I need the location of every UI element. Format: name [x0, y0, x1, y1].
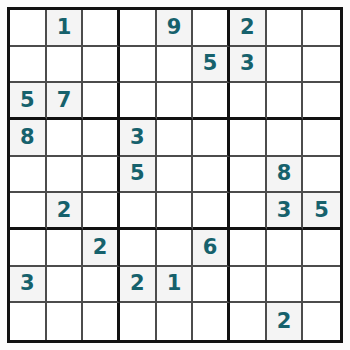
- cell-r2c6-given: 5: [193, 47, 230, 84]
- cell-r2c9[interactable]: [303, 47, 340, 84]
- cell-r3c6[interactable]: [193, 83, 230, 120]
- cell-r8c6[interactable]: [193, 267, 230, 304]
- cell-r2c5[interactable]: [157, 47, 194, 84]
- cell-r6c9-given: 5: [303, 193, 340, 230]
- cell-r7c7[interactable]: [230, 230, 267, 267]
- cell-r3c9[interactable]: [303, 83, 340, 120]
- cell-r8c7[interactable]: [230, 267, 267, 304]
- cell-r3c7[interactable]: [230, 83, 267, 120]
- cell-r6c5[interactable]: [157, 193, 194, 230]
- cell-r7c2[interactable]: [47, 230, 84, 267]
- cell-r7c1[interactable]: [10, 230, 47, 267]
- cell-r2c7-given: 3: [230, 47, 267, 84]
- cell-r7c3-given: 2: [83, 230, 120, 267]
- cell-r5c6[interactable]: [193, 157, 230, 194]
- cell-r5c1[interactable]: [10, 157, 47, 194]
- cell-r2c1[interactable]: [10, 47, 47, 84]
- cell-r2c8[interactable]: [267, 47, 304, 84]
- cell-r8c5-given: 1: [157, 267, 194, 304]
- cell-r6c7[interactable]: [230, 193, 267, 230]
- cell-r4c1-given: 8: [10, 120, 47, 157]
- cell-r3c1-given: 5: [10, 83, 47, 120]
- cell-r1c6[interactable]: [193, 10, 230, 47]
- cell-r9c6[interactable]: [193, 303, 230, 340]
- cell-r1c1[interactable]: [10, 10, 47, 47]
- cell-r3c2-given: 7: [47, 83, 84, 120]
- cell-r6c6[interactable]: [193, 193, 230, 230]
- cell-r8c4-given: 2: [120, 267, 157, 304]
- cell-r5c8-given: 8: [267, 157, 304, 194]
- cell-r6c4[interactable]: [120, 193, 157, 230]
- cell-r7c9[interactable]: [303, 230, 340, 267]
- cell-r4c7[interactable]: [230, 120, 267, 157]
- cell-r9c1[interactable]: [10, 303, 47, 340]
- cell-r1c7-given: 2: [230, 10, 267, 47]
- sudoku-page: 19253578358235263212: [0, 0, 350, 350]
- cell-r9c4[interactable]: [120, 303, 157, 340]
- cell-r1c9[interactable]: [303, 10, 340, 47]
- cell-r5c5[interactable]: [157, 157, 194, 194]
- cell-r8c2[interactable]: [47, 267, 84, 304]
- cell-r4c3[interactable]: [83, 120, 120, 157]
- cell-r9c9[interactable]: [303, 303, 340, 340]
- cell-r9c2[interactable]: [47, 303, 84, 340]
- cell-r8c3[interactable]: [83, 267, 120, 304]
- cell-r4c6[interactable]: [193, 120, 230, 157]
- cell-r6c1[interactable]: [10, 193, 47, 230]
- cell-r6c2-given: 2: [47, 193, 84, 230]
- cell-r1c2-given: 1: [47, 10, 84, 47]
- cell-r9c7[interactable]: [230, 303, 267, 340]
- cell-r8c1-given: 3: [10, 267, 47, 304]
- cell-r2c4[interactable]: [120, 47, 157, 84]
- cell-r5c2[interactable]: [47, 157, 84, 194]
- cell-r3c4[interactable]: [120, 83, 157, 120]
- cell-r3c8[interactable]: [267, 83, 304, 120]
- cell-r3c3[interactable]: [83, 83, 120, 120]
- cell-r9c8-given: 2: [267, 303, 304, 340]
- cell-r1c5-given: 9: [157, 10, 194, 47]
- cell-r4c4-given: 3: [120, 120, 157, 157]
- cell-r7c8[interactable]: [267, 230, 304, 267]
- cell-r3c5[interactable]: [157, 83, 194, 120]
- cell-r6c3[interactable]: [83, 193, 120, 230]
- cell-r9c5[interactable]: [157, 303, 194, 340]
- cell-r2c3[interactable]: [83, 47, 120, 84]
- cell-r7c5[interactable]: [157, 230, 194, 267]
- cell-r2c2[interactable]: [47, 47, 84, 84]
- cell-r7c4[interactable]: [120, 230, 157, 267]
- cell-r1c4[interactable]: [120, 10, 157, 47]
- cell-r8c9[interactable]: [303, 267, 340, 304]
- cell-r4c9[interactable]: [303, 120, 340, 157]
- cell-r5c9[interactable]: [303, 157, 340, 194]
- cell-r4c8[interactable]: [267, 120, 304, 157]
- sudoku-board: 19253578358235263212: [7, 7, 343, 343]
- cell-r5c7[interactable]: [230, 157, 267, 194]
- cell-r5c3[interactable]: [83, 157, 120, 194]
- cell-r9c3[interactable]: [83, 303, 120, 340]
- cell-r1c3[interactable]: [83, 10, 120, 47]
- cell-r1c8[interactable]: [267, 10, 304, 47]
- cell-r4c5[interactable]: [157, 120, 194, 157]
- cell-r7c6-given: 6: [193, 230, 230, 267]
- cell-r8c8[interactable]: [267, 267, 304, 304]
- cell-r5c4-given: 5: [120, 157, 157, 194]
- cell-r6c8-given: 3: [267, 193, 304, 230]
- cell-r4c2[interactable]: [47, 120, 84, 157]
